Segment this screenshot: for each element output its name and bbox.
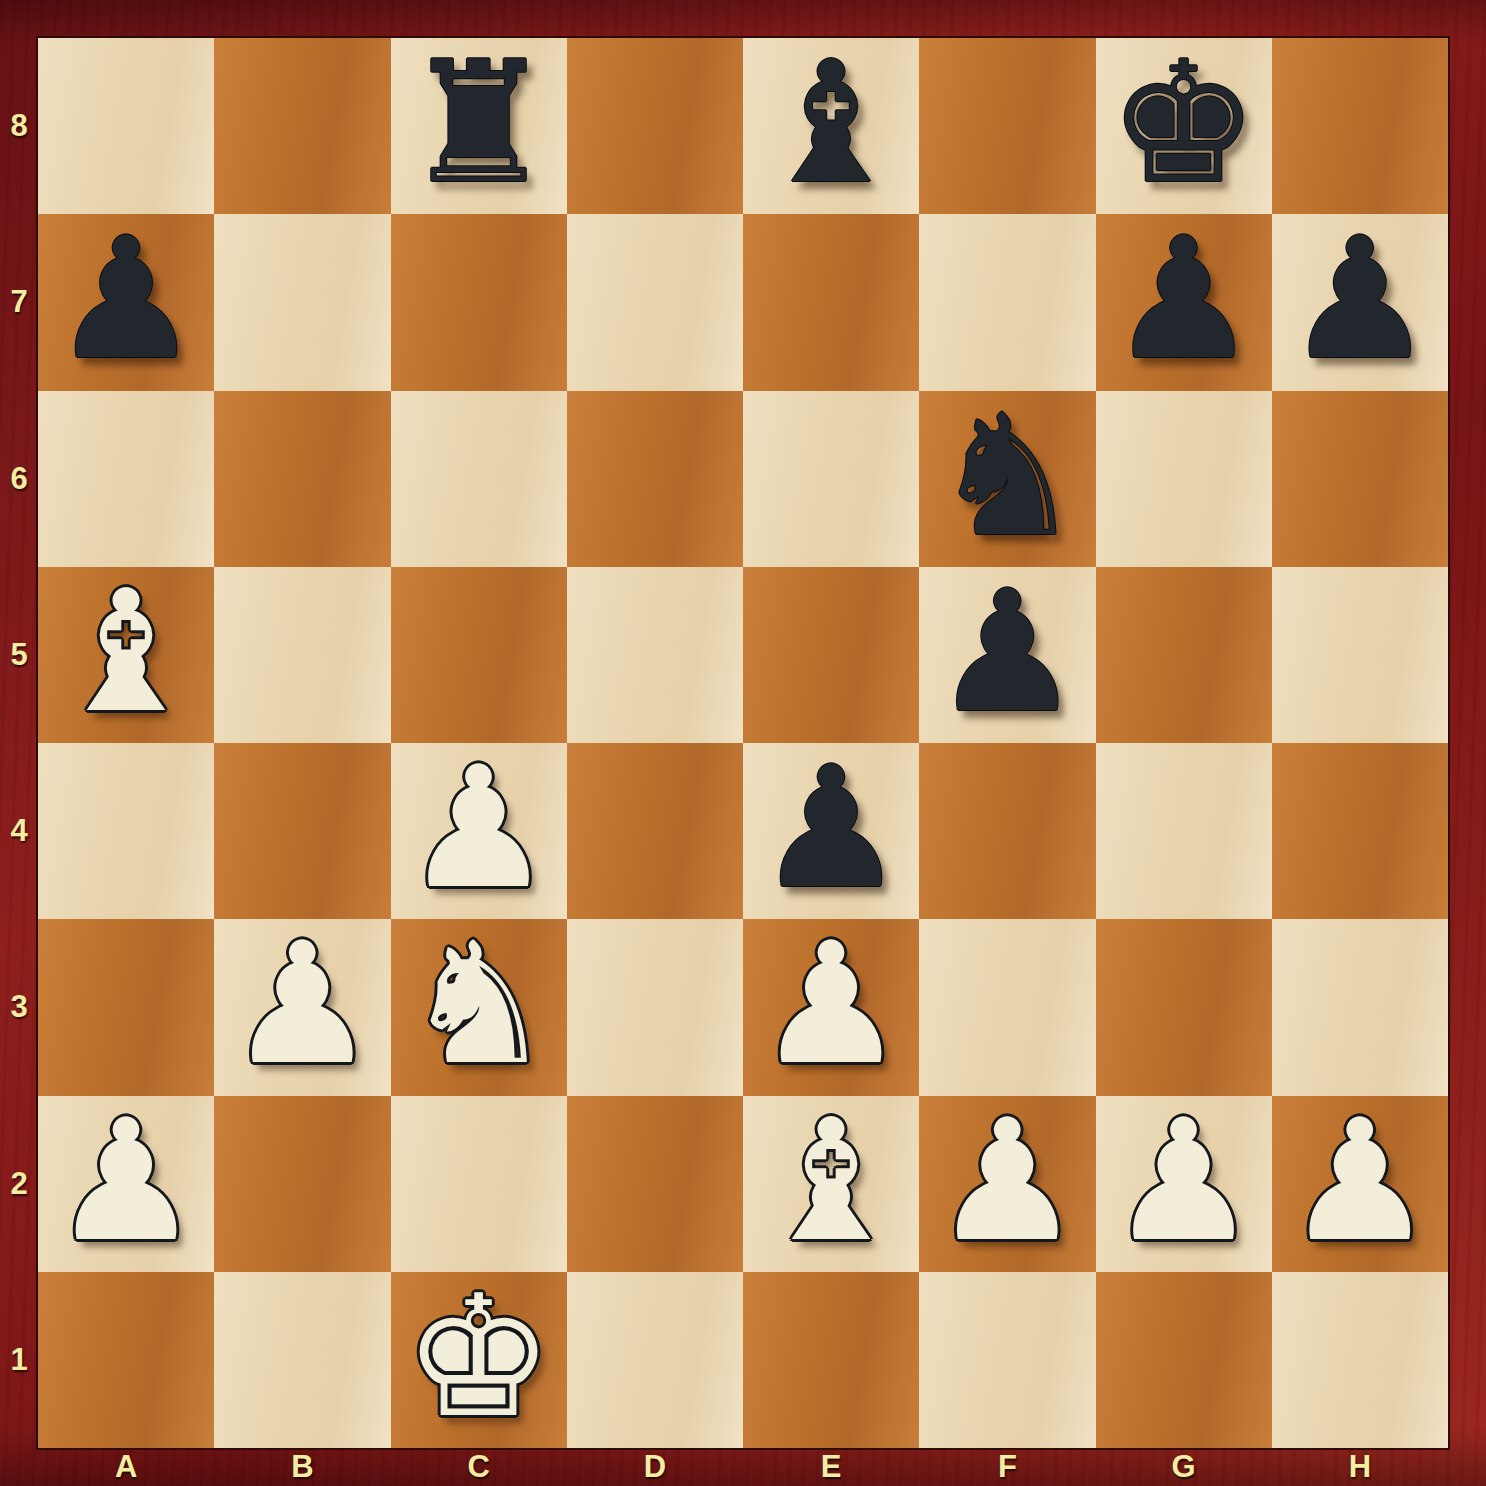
square-a7[interactable]: ♟ bbox=[38, 214, 214, 390]
piece-black-pawn[interactable]: ♟ bbox=[919, 564, 1095, 740]
rank-label-2: 2 bbox=[0, 1096, 38, 1272]
file-label-e: E bbox=[743, 1448, 919, 1486]
square-c8[interactable]: ♜ bbox=[391, 38, 567, 214]
square-d8[interactable] bbox=[567, 38, 743, 214]
file-label-g: G bbox=[1096, 1448, 1272, 1486]
square-e4[interactable]: ♟ bbox=[743, 743, 919, 919]
square-e6[interactable] bbox=[743, 391, 919, 567]
square-b1[interactable] bbox=[214, 1272, 390, 1448]
file-label-h: H bbox=[1272, 1448, 1448, 1486]
square-e7[interactable] bbox=[743, 214, 919, 390]
piece-white-pawn[interactable]: ♟ bbox=[1272, 1093, 1448, 1269]
square-g3[interactable] bbox=[1096, 919, 1272, 1095]
square-d5[interactable] bbox=[567, 567, 743, 743]
square-d2[interactable] bbox=[567, 1096, 743, 1272]
piece-white-pawn[interactable]: ♟ bbox=[391, 740, 567, 916]
square-a4[interactable] bbox=[38, 743, 214, 919]
square-c1[interactable]: ♚ bbox=[391, 1272, 567, 1448]
rank-label-7: 7 bbox=[0, 214, 38, 390]
square-c7[interactable] bbox=[391, 214, 567, 390]
rank-label-8: 8 bbox=[0, 38, 38, 214]
square-b8[interactable] bbox=[214, 38, 390, 214]
square-c3[interactable]: ♞ bbox=[391, 919, 567, 1095]
square-f6[interactable]: ♞ bbox=[919, 391, 1095, 567]
square-a5[interactable]: ♝ bbox=[38, 567, 214, 743]
square-f4[interactable] bbox=[919, 743, 1095, 919]
file-label-a: A bbox=[38, 1448, 214, 1486]
square-b4[interactable] bbox=[214, 743, 390, 919]
square-f1[interactable] bbox=[919, 1272, 1095, 1448]
piece-white-pawn[interactable]: ♟ bbox=[1096, 1093, 1272, 1269]
square-d4[interactable] bbox=[567, 743, 743, 919]
square-f2[interactable]: ♟ bbox=[919, 1096, 1095, 1272]
square-h4[interactable] bbox=[1272, 743, 1448, 919]
file-label-b: B bbox=[214, 1448, 390, 1486]
file-labels: ABCDEFGH bbox=[38, 1448, 1448, 1486]
square-a2[interactable]: ♟ bbox=[38, 1096, 214, 1272]
piece-white-pawn[interactable]: ♟ bbox=[214, 916, 390, 1092]
square-f7[interactable] bbox=[919, 214, 1095, 390]
piece-white-pawn[interactable]: ♟ bbox=[38, 1093, 214, 1269]
square-h1[interactable] bbox=[1272, 1272, 1448, 1448]
square-f5[interactable]: ♟ bbox=[919, 567, 1095, 743]
piece-white-king[interactable]: ♚ bbox=[391, 1269, 567, 1445]
square-e2[interactable]: ♝ bbox=[743, 1096, 919, 1272]
piece-black-knight[interactable]: ♞ bbox=[919, 388, 1095, 564]
rank-label-5: 5 bbox=[0, 567, 38, 743]
piece-black-king[interactable]: ♚ bbox=[1096, 35, 1272, 211]
square-g5[interactable] bbox=[1096, 567, 1272, 743]
piece-black-pawn[interactable]: ♟ bbox=[743, 740, 919, 916]
square-e3[interactable]: ♟ bbox=[743, 919, 919, 1095]
square-b5[interactable] bbox=[214, 567, 390, 743]
square-c2[interactable] bbox=[391, 1096, 567, 1272]
square-g7[interactable]: ♟ bbox=[1096, 214, 1272, 390]
square-e1[interactable] bbox=[743, 1272, 919, 1448]
piece-white-bishop[interactable]: ♝ bbox=[38, 564, 214, 740]
chess-board: ♜♝♚♟♟♟♞♝♟♟♟♟♞♟♟♝♟♟♟♚ bbox=[38, 38, 1448, 1448]
rank-label-6: 6 bbox=[0, 391, 38, 567]
piece-black-pawn[interactable]: ♟ bbox=[1096, 211, 1272, 387]
square-b2[interactable] bbox=[214, 1096, 390, 1272]
file-label-f: F bbox=[919, 1448, 1095, 1486]
piece-white-bishop[interactable]: ♝ bbox=[743, 1093, 919, 1269]
square-b6[interactable] bbox=[214, 391, 390, 567]
square-c5[interactable] bbox=[391, 567, 567, 743]
square-g6[interactable] bbox=[1096, 391, 1272, 567]
rank-label-1: 1 bbox=[0, 1272, 38, 1448]
square-h2[interactable]: ♟ bbox=[1272, 1096, 1448, 1272]
square-h3[interactable] bbox=[1272, 919, 1448, 1095]
square-d1[interactable] bbox=[567, 1272, 743, 1448]
square-g2[interactable]: ♟ bbox=[1096, 1096, 1272, 1272]
square-a8[interactable] bbox=[38, 38, 214, 214]
piece-black-pawn[interactable]: ♟ bbox=[1272, 211, 1448, 387]
piece-white-pawn[interactable]: ♟ bbox=[919, 1093, 1095, 1269]
square-a6[interactable] bbox=[38, 391, 214, 567]
file-label-c: C bbox=[391, 1448, 567, 1486]
square-c6[interactable] bbox=[391, 391, 567, 567]
square-d6[interactable] bbox=[567, 391, 743, 567]
square-f8[interactable] bbox=[919, 38, 1095, 214]
square-h8[interactable] bbox=[1272, 38, 1448, 214]
square-g4[interactable] bbox=[1096, 743, 1272, 919]
square-g8[interactable]: ♚ bbox=[1096, 38, 1272, 214]
square-b3[interactable]: ♟ bbox=[214, 919, 390, 1095]
square-d7[interactable] bbox=[567, 214, 743, 390]
square-a1[interactable] bbox=[38, 1272, 214, 1448]
square-d3[interactable] bbox=[567, 919, 743, 1095]
board-frame: ♜♝♚♟♟♟♞♝♟♟♟♟♞♟♟♝♟♟♟♚ 87654321 ABCDEFGH bbox=[0, 0, 1486, 1486]
piece-white-knight[interactable]: ♞ bbox=[391, 916, 567, 1092]
square-b7[interactable] bbox=[214, 214, 390, 390]
rank-labels: 87654321 bbox=[0, 38, 38, 1448]
rank-label-3: 3 bbox=[0, 919, 38, 1095]
rank-label-4: 4 bbox=[0, 743, 38, 919]
square-f3[interactable] bbox=[919, 919, 1095, 1095]
square-a3[interactable] bbox=[38, 919, 214, 1095]
square-h7[interactable]: ♟ bbox=[1272, 214, 1448, 390]
square-h6[interactable] bbox=[1272, 391, 1448, 567]
piece-black-rook[interactable]: ♜ bbox=[391, 35, 567, 211]
square-e5[interactable] bbox=[743, 567, 919, 743]
square-g1[interactable] bbox=[1096, 1272, 1272, 1448]
square-e8[interactable]: ♝ bbox=[743, 38, 919, 214]
piece-black-pawn[interactable]: ♟ bbox=[38, 211, 214, 387]
square-c4[interactable]: ♟ bbox=[391, 743, 567, 919]
piece-white-pawn[interactable]: ♟ bbox=[743, 916, 919, 1092]
file-label-d: D bbox=[567, 1448, 743, 1486]
piece-black-bishop[interactable]: ♝ bbox=[743, 35, 919, 211]
square-h5[interactable] bbox=[1272, 567, 1448, 743]
